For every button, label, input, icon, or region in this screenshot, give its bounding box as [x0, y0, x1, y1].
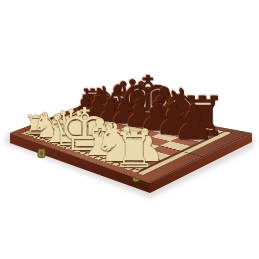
chess-set-photo: ♜♞♝♛♚♝♞♜♟♟♟♟♟♟♟♟♟♟♟♟♟♟♟♟♜♞♝♛♚♝♞♜: [0, 0, 259, 259]
brass-clasp-left: [38, 149, 45, 158]
